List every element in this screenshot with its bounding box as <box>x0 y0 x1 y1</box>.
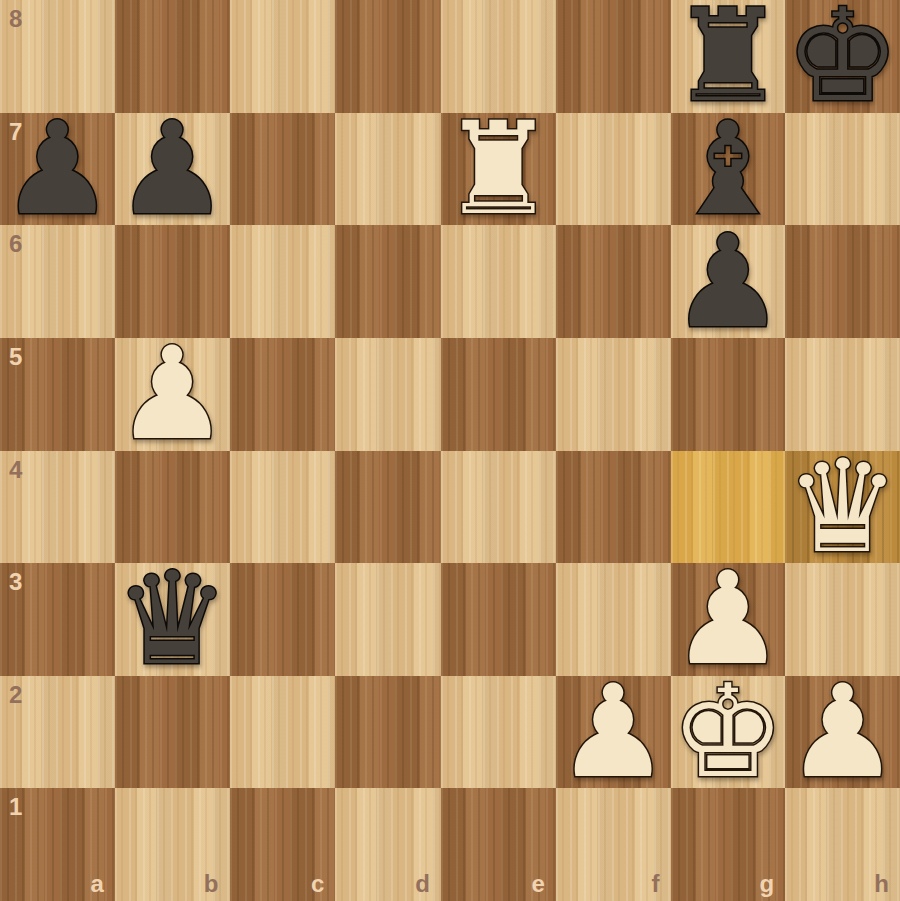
square-b7[interactable]: ♟ <box>115 113 230 226</box>
square-h1[interactable]: h <box>785 788 900 901</box>
file-label-f: f <box>652 872 660 896</box>
square-e6[interactable] <box>441 225 556 338</box>
square-c6[interactable] <box>230 225 336 338</box>
square-d3[interactable] <box>335 563 441 676</box>
square-b5[interactable]: ♟ <box>115 338 230 451</box>
rank-label-8: 8 <box>9 7 22 31</box>
square-c5[interactable] <box>230 338 336 451</box>
black-pawn-a7[interactable]: ♟ <box>0 113 115 225</box>
square-d8[interactable] <box>335 0 441 113</box>
black-queen-b3[interactable]: ♛ <box>115 563 230 675</box>
square-a2[interactable]: 2 <box>0 676 115 789</box>
square-a3[interactable]: 3 <box>0 563 115 676</box>
square-g6[interactable]: ♟ <box>671 225 786 338</box>
square-e5[interactable] <box>441 338 556 451</box>
chess-board: 8♜♚7♟♟♜♝6♟5♟4♛3♛♟2♟♚♟1abcdefgh <box>0 0 900 901</box>
square-c1[interactable]: c <box>230 788 336 901</box>
square-g2[interactable]: ♚ <box>671 676 786 789</box>
rank-label-4: 4 <box>9 458 22 482</box>
square-c4[interactable] <box>230 451 336 564</box>
square-g5[interactable] <box>671 338 786 451</box>
square-a5[interactable]: 5 <box>0 338 115 451</box>
square-d1[interactable]: d <box>335 788 441 901</box>
rank-label-5: 5 <box>9 345 22 369</box>
square-e4[interactable] <box>441 451 556 564</box>
file-label-c: c <box>311 872 324 896</box>
white-pawn-f2[interactable]: ♟ <box>556 676 671 788</box>
square-b3[interactable]: ♛ <box>115 563 230 676</box>
square-b1[interactable]: b <box>115 788 230 901</box>
white-pawn-h2[interactable]: ♟ <box>785 676 900 788</box>
square-f2[interactable]: ♟ <box>556 676 671 789</box>
rank-label-6: 6 <box>9 232 22 256</box>
square-f6[interactable] <box>556 225 671 338</box>
rank-label-1: 1 <box>9 795 22 819</box>
file-label-b: b <box>204 872 219 896</box>
square-d5[interactable] <box>335 338 441 451</box>
square-e2[interactable] <box>441 676 556 789</box>
rank-label-3: 3 <box>9 570 22 594</box>
square-f8[interactable] <box>556 0 671 113</box>
white-rook-e7[interactable]: ♜ <box>441 113 556 225</box>
square-d6[interactable] <box>335 225 441 338</box>
square-f5[interactable] <box>556 338 671 451</box>
square-c2[interactable] <box>230 676 336 789</box>
file-label-a: a <box>90 872 103 896</box>
white-pawn-b5[interactable]: ♟ <box>115 338 230 450</box>
square-d7[interactable] <box>335 113 441 226</box>
square-b2[interactable] <box>115 676 230 789</box>
square-f4[interactable] <box>556 451 671 564</box>
square-a6[interactable]: 6 <box>0 225 115 338</box>
square-d2[interactable] <box>335 676 441 789</box>
rank-label-2: 2 <box>9 683 22 707</box>
black-pawn-b7[interactable]: ♟ <box>115 113 230 225</box>
square-f1[interactable]: f <box>556 788 671 901</box>
file-label-d: d <box>415 872 430 896</box>
file-label-g: g <box>760 872 775 896</box>
square-h7[interactable] <box>785 113 900 226</box>
square-e1[interactable]: e <box>441 788 556 901</box>
square-a1[interactable]: 1a <box>0 788 115 901</box>
square-d4[interactable] <box>335 451 441 564</box>
file-label-e: e <box>531 872 544 896</box>
square-c7[interactable] <box>230 113 336 226</box>
black-pawn-g6[interactable]: ♟ <box>671 226 786 338</box>
square-g1[interactable]: g <box>671 788 786 901</box>
white-king-g2[interactable]: ♚ <box>671 676 786 788</box>
square-e3[interactable] <box>441 563 556 676</box>
square-c8[interactable] <box>230 0 336 113</box>
square-c3[interactable] <box>230 563 336 676</box>
file-label-h: h <box>874 872 889 896</box>
white-queen-h4[interactable]: ♛ <box>785 451 900 563</box>
square-h4[interactable]: ♛ <box>785 451 900 564</box>
square-a4[interactable]: 4 <box>0 451 115 564</box>
square-e7[interactable]: ♜ <box>441 113 556 226</box>
black-king-h8[interactable]: ♚ <box>785 0 900 112</box>
square-h6[interactable] <box>785 225 900 338</box>
square-f7[interactable] <box>556 113 671 226</box>
square-a7[interactable]: 7♟ <box>0 113 115 226</box>
square-h8[interactable]: ♚ <box>785 0 900 113</box>
square-h2[interactable]: ♟ <box>785 676 900 789</box>
chess-board-panel: 8♜♚7♟♟♜♝6♟5♟4♛3♛♟2♟♚♟1abcdefgh <box>0 0 900 901</box>
